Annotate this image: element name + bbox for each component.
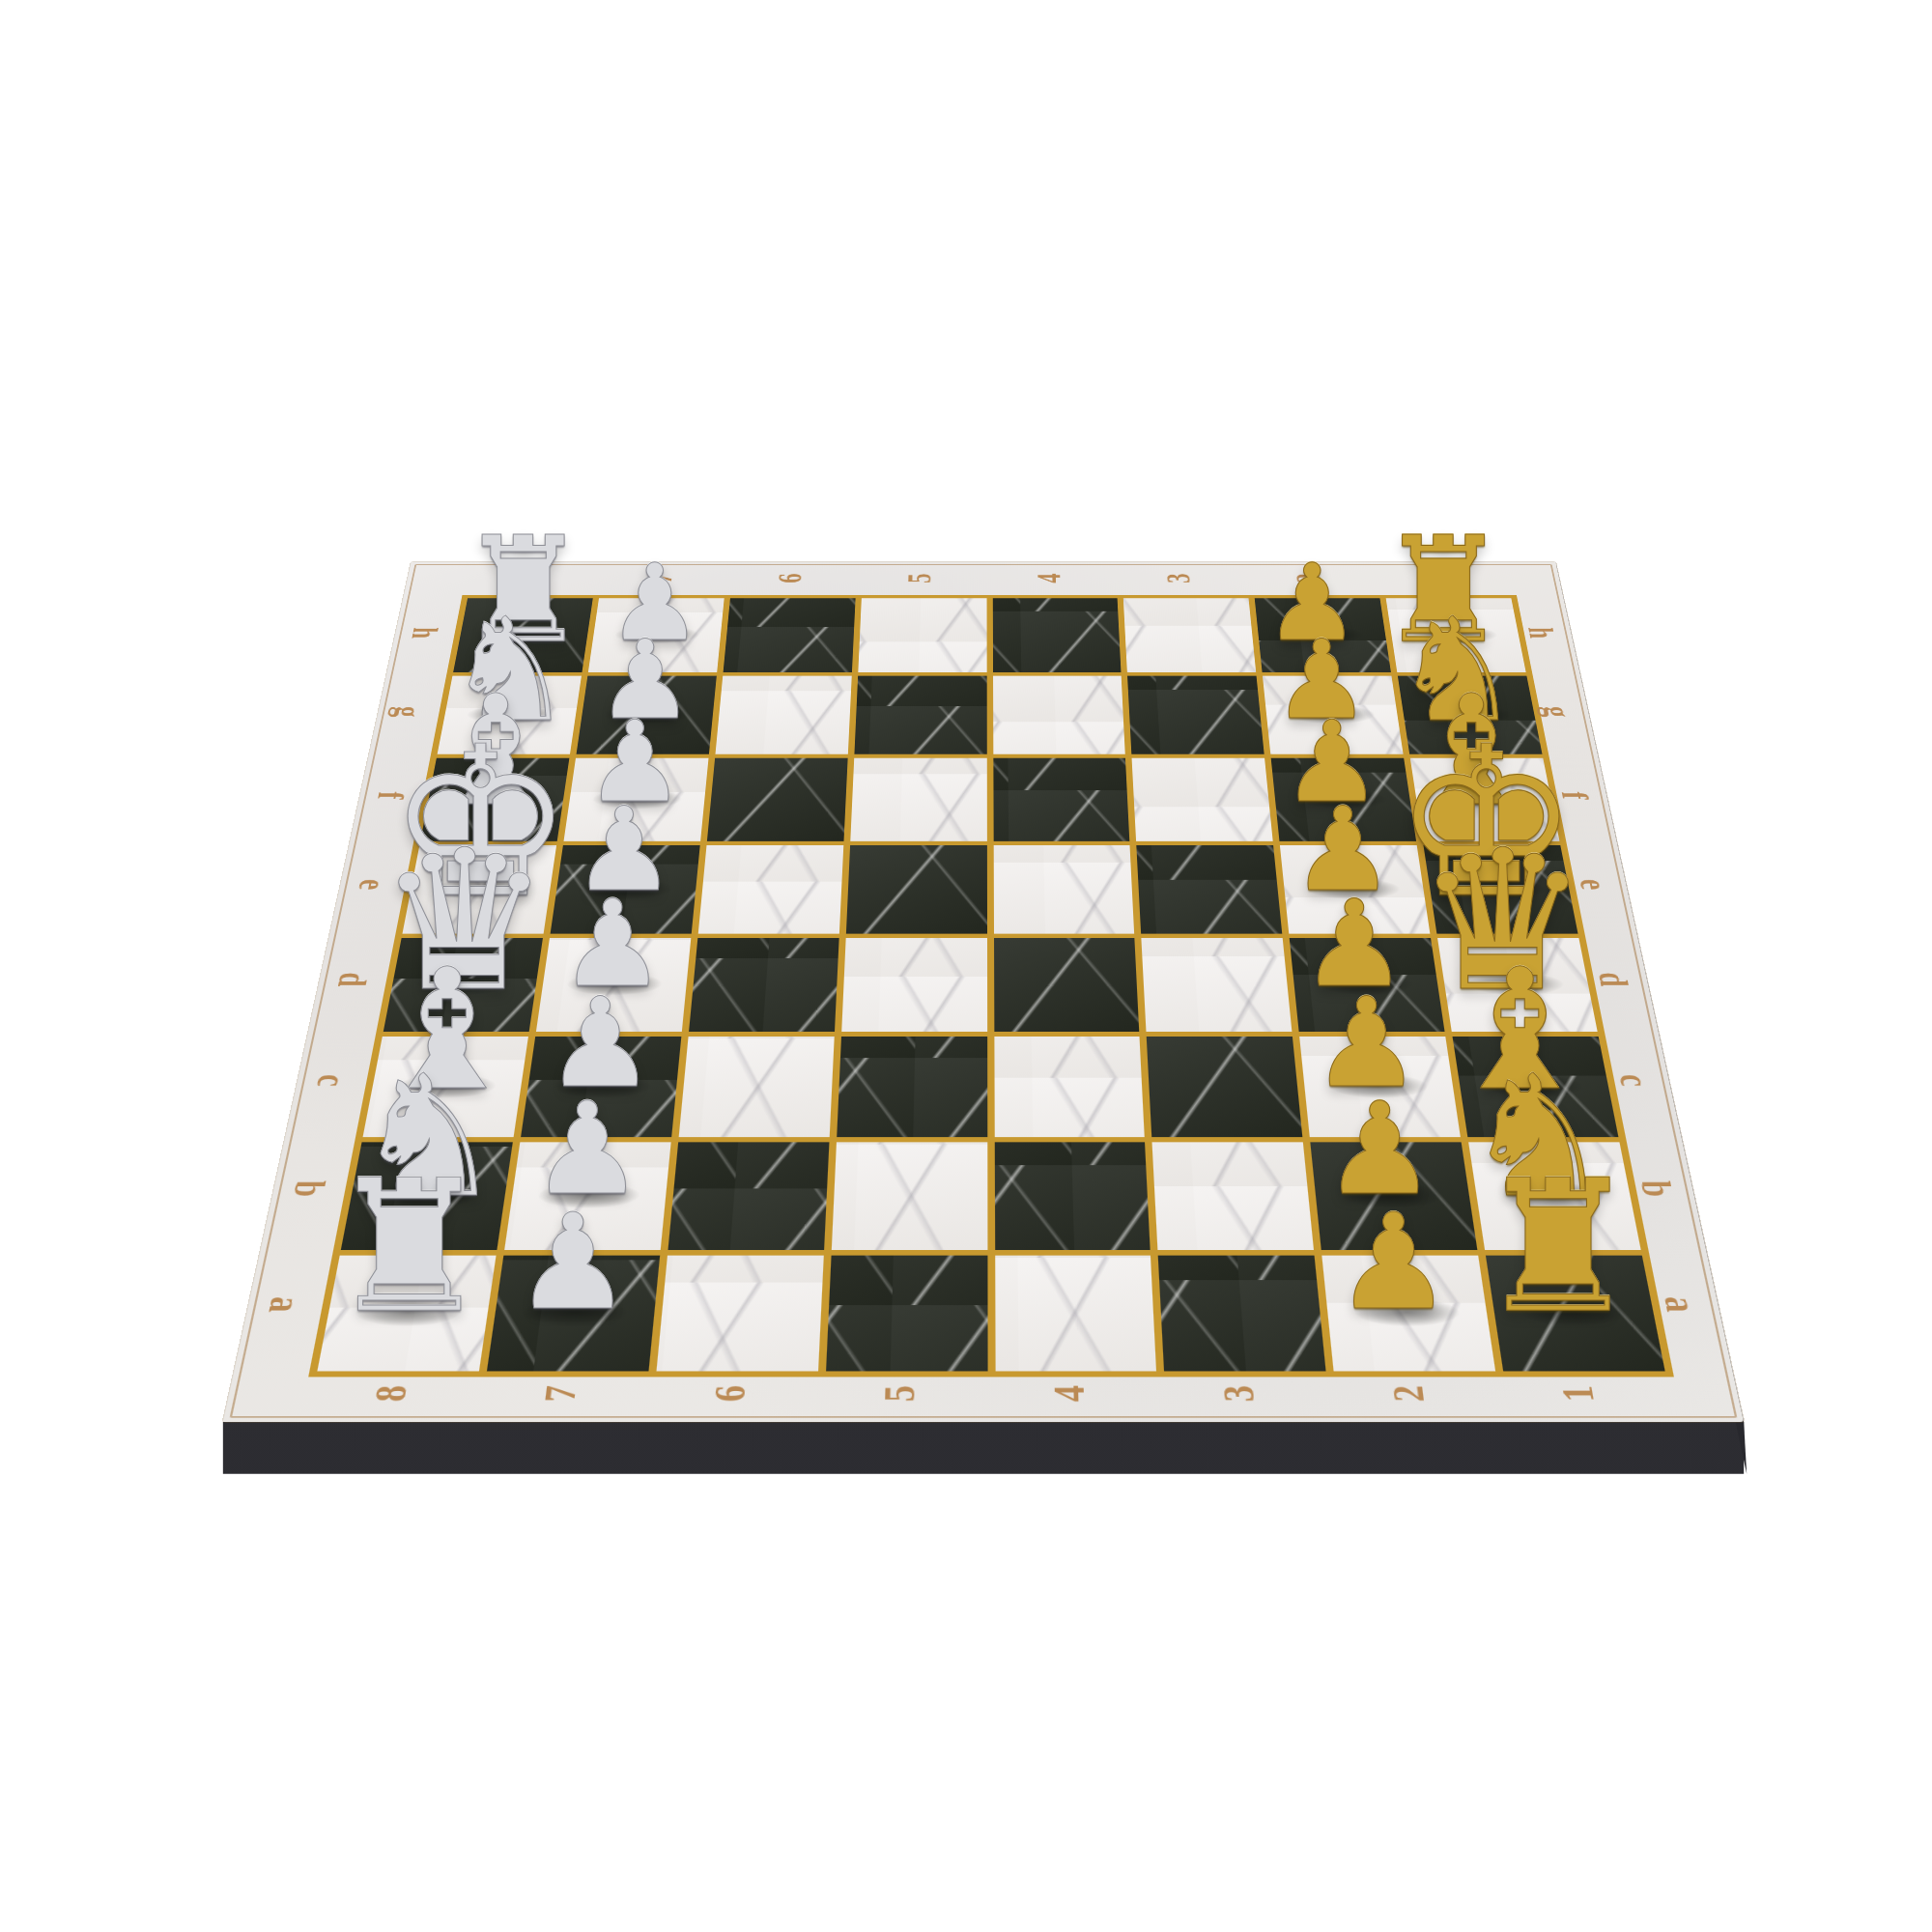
product-photo-canvas: hgfedcba hgfedcba 87654321 87654321 ♜♟♟♜…: [0, 0, 1932, 1932]
silver-pawn-a7[interactable]: ♟: [514, 1196, 633, 1328]
gold-pawn-a2[interactable]: ♟: [1334, 1196, 1453, 1328]
pieces-layer: ♜♟♟♜♞♟♟♞♝♟♟♝♚♟♟♚♛♟♟♛♝♟♟♝♞♟♟♞♜♟♟♜: [0, 0, 1932, 1932]
gold-rook-a1[interactable]: ♜: [1476, 1156, 1639, 1339]
silver-rook-a8[interactable]: ♜: [327, 1156, 491, 1339]
